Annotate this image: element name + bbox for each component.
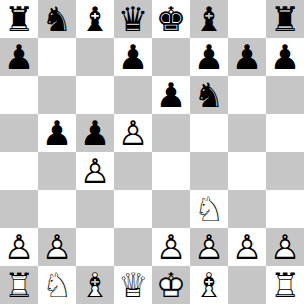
square-g4[interactable]	[228, 152, 266, 190]
white-rook-piece-fill: ♜	[0, 266, 38, 304]
square-e1[interactable]: ♚♔	[152, 266, 190, 304]
square-d5[interactable]: ♟♙	[114, 114, 152, 152]
white-knight-piece: ♘	[38, 266, 76, 304]
white-pawn-piece-fill: ♟	[114, 114, 152, 152]
white-bishop-piece: ♗	[76, 266, 114, 304]
square-d1[interactable]: ♛♕	[114, 266, 152, 304]
square-a1[interactable]: ♜♖	[0, 266, 38, 304]
white-pawn-piece-fill: ♟	[76, 152, 114, 190]
black-bishop-piece: ♝	[190, 0, 228, 38]
square-d7[interactable]: ♟	[114, 38, 152, 76]
square-g7[interactable]: ♟	[228, 38, 266, 76]
square-b1[interactable]: ♞♘	[38, 266, 76, 304]
square-d4[interactable]	[114, 152, 152, 190]
square-c4[interactable]: ♟♙	[76, 152, 114, 190]
white-pawn-piece: ♙	[266, 228, 304, 266]
white-knight-piece-fill: ♞	[38, 266, 76, 304]
black-bishop-piece: ♝	[76, 0, 114, 38]
black-queen-piece: ♛	[114, 0, 152, 38]
square-f1[interactable]: ♝♗	[190, 266, 228, 304]
white-pawn-piece: ♙	[152, 228, 190, 266]
black-pawn-piece: ♟	[266, 38, 304, 76]
square-f2[interactable]: ♟♙	[190, 228, 228, 266]
white-pawn-piece-fill: ♟	[152, 228, 190, 266]
black-rook-piece: ♜	[266, 0, 304, 38]
white-pawn-piece: ♙	[76, 152, 114, 190]
black-pawn-piece: ♟	[76, 114, 114, 152]
white-pawn-piece-fill: ♟	[266, 228, 304, 266]
square-c1[interactable]: ♝♗	[76, 266, 114, 304]
black-pawn-piece: ♟	[228, 38, 266, 76]
black-pawn-piece: ♟	[190, 38, 228, 76]
square-c6[interactable]	[76, 76, 114, 114]
square-f6[interactable]: ♞	[190, 76, 228, 114]
white-rook-piece: ♖	[266, 266, 304, 304]
white-pawn-piece-fill: ♟	[38, 228, 76, 266]
white-pawn-piece: ♙	[114, 114, 152, 152]
white-pawn-piece: ♙	[228, 228, 266, 266]
square-g6[interactable]	[228, 76, 266, 114]
square-e5[interactable]	[152, 114, 190, 152]
square-f5[interactable]	[190, 114, 228, 152]
square-a5[interactable]	[0, 114, 38, 152]
square-a7[interactable]: ♟	[0, 38, 38, 76]
square-d2[interactable]	[114, 228, 152, 266]
square-c2[interactable]	[76, 228, 114, 266]
square-g5[interactable]	[228, 114, 266, 152]
square-g8[interactable]	[228, 0, 266, 38]
square-h7[interactable]: ♟	[266, 38, 304, 76]
square-d3[interactable]	[114, 190, 152, 228]
square-b6[interactable]	[38, 76, 76, 114]
black-pawn-piece: ♟	[0, 38, 38, 76]
square-g3[interactable]	[228, 190, 266, 228]
white-pawn-piece-fill: ♟	[190, 228, 228, 266]
square-h8[interactable]: ♜	[266, 0, 304, 38]
white-bishop-piece: ♗	[190, 266, 228, 304]
white-knight-piece-fill: ♞	[190, 190, 228, 228]
square-d8[interactable]: ♛	[114, 0, 152, 38]
square-f7[interactable]: ♟	[190, 38, 228, 76]
square-b5[interactable]: ♟	[38, 114, 76, 152]
black-rook-piece: ♜	[0, 0, 38, 38]
square-h4[interactable]	[266, 152, 304, 190]
black-pawn-piece: ♟	[38, 114, 76, 152]
white-rook-piece-fill: ♜	[266, 266, 304, 304]
square-a4[interactable]	[0, 152, 38, 190]
square-c3[interactable]	[76, 190, 114, 228]
white-king-piece: ♔	[152, 266, 190, 304]
square-b3[interactable]	[38, 190, 76, 228]
square-a8[interactable]: ♜	[0, 0, 38, 38]
square-c7[interactable]	[76, 38, 114, 76]
square-h3[interactable]	[266, 190, 304, 228]
square-h6[interactable]	[266, 76, 304, 114]
white-knight-piece: ♘	[190, 190, 228, 228]
square-a3[interactable]	[0, 190, 38, 228]
white-pawn-piece: ♙	[0, 228, 38, 266]
square-f4[interactable]	[190, 152, 228, 190]
square-h5[interactable]	[266, 114, 304, 152]
white-bishop-piece-fill: ♝	[76, 266, 114, 304]
square-e4[interactable]	[152, 152, 190, 190]
black-king-piece: ♚	[152, 0, 190, 38]
square-b8[interactable]: ♞	[38, 0, 76, 38]
square-e3[interactable]	[152, 190, 190, 228]
square-b4[interactable]	[38, 152, 76, 190]
square-a6[interactable]	[0, 76, 38, 114]
square-b2[interactable]: ♟♙	[38, 228, 76, 266]
square-h2[interactable]: ♟♙	[266, 228, 304, 266]
chess-board: ♜♞♝♛♚♝♜♟♟♟♟♟♟♞♟♟♟♙♟♙♞♘♟♙♟♙♟♙♟♙♟♙♟♙♜♖♞♘♝♗…	[0, 0, 304, 304]
black-pawn-piece: ♟	[114, 38, 152, 76]
square-f8[interactable]: ♝	[190, 0, 228, 38]
square-g2[interactable]: ♟♙	[228, 228, 266, 266]
square-g1[interactable]	[228, 266, 266, 304]
black-pawn-piece: ♟	[152, 76, 190, 114]
square-f3[interactable]: ♞♘	[190, 190, 228, 228]
square-d6[interactable]	[114, 76, 152, 114]
white-king-piece-fill: ♚	[152, 266, 190, 304]
white-queen-piece: ♕	[114, 266, 152, 304]
square-c8[interactable]: ♝	[76, 0, 114, 38]
square-a2[interactable]: ♟♙	[0, 228, 38, 266]
white-bishop-piece-fill: ♝	[190, 266, 228, 304]
black-knight-piece: ♞	[38, 0, 76, 38]
square-b7[interactable]	[38, 38, 76, 76]
square-e7[interactable]	[152, 38, 190, 76]
white-rook-piece: ♖	[0, 266, 38, 304]
white-pawn-piece: ♙	[190, 228, 228, 266]
white-queen-piece-fill: ♛	[114, 266, 152, 304]
square-e2[interactable]: ♟♙	[152, 228, 190, 266]
square-e6[interactable]: ♟	[152, 76, 190, 114]
square-c5[interactable]: ♟	[76, 114, 114, 152]
white-pawn-piece: ♙	[38, 228, 76, 266]
square-h1[interactable]: ♜♖	[266, 266, 304, 304]
white-pawn-piece-fill: ♟	[0, 228, 38, 266]
black-knight-piece: ♞	[190, 76, 228, 114]
square-e8[interactable]: ♚	[152, 0, 190, 38]
white-pawn-piece-fill: ♟	[228, 228, 266, 266]
